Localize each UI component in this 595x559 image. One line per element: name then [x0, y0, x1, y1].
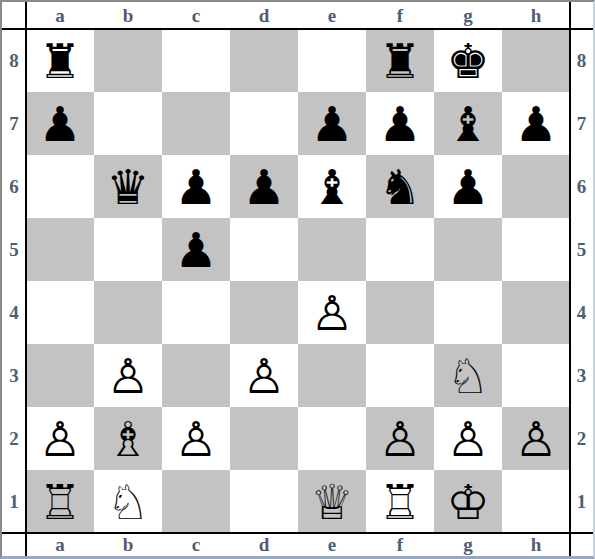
piece-black-pawn[interactable]: ♟ [242, 163, 285, 211]
rank-label-right-1: 1 [570, 470, 593, 533]
piece-black-king[interactable]: ♚ [446, 37, 489, 85]
board-border-line-right [569, 2, 571, 556]
square-d6[interactable]: ♟ [230, 155, 298, 218]
square-e2[interactable] [298, 407, 366, 470]
chessboard: abcdefgh8♜♜♚87♟♟♟♝♟76♛♟♟♝♞♟65♟54♙43♙♙♘32… [2, 2, 593, 556]
square-g7[interactable]: ♝ [434, 92, 502, 155]
square-c5[interactable]: ♟ [162, 218, 230, 281]
piece-black-pawn[interactable]: ♟ [174, 163, 217, 211]
square-b3[interactable]: ♙ [94, 344, 162, 407]
square-e6[interactable]: ♝ [298, 155, 366, 218]
file-label-bottom-e: e [298, 533, 366, 556]
square-f7[interactable]: ♟ [366, 92, 434, 155]
piece-black-bishop[interactable]: ♝ [446, 100, 489, 148]
piece-white-rook[interactable]: ♖ [378, 478, 421, 526]
corner-cell [570, 2, 593, 29]
square-a6[interactable] [26, 155, 94, 218]
piece-black-knight[interactable]: ♞ [378, 163, 421, 211]
square-d7[interactable] [230, 92, 298, 155]
square-e3[interactable] [298, 344, 366, 407]
square-d5[interactable] [230, 218, 298, 281]
corner-cell [570, 533, 593, 556]
piece-white-pawn[interactable]: ♙ [514, 415, 557, 463]
square-c3[interactable] [162, 344, 230, 407]
file-label-top-f: f [366, 2, 434, 29]
piece-white-rook[interactable]: ♖ [38, 478, 81, 526]
square-g4[interactable] [434, 281, 502, 344]
rank-label-left-1: 1 [2, 470, 26, 533]
square-a2[interactable]: ♙ [26, 407, 94, 470]
square-a1[interactable]: ♖ [26, 470, 94, 533]
square-e7[interactable]: ♟ [298, 92, 366, 155]
square-f2[interactable]: ♙ [366, 407, 434, 470]
square-e4[interactable]: ♙ [298, 281, 366, 344]
piece-black-pawn[interactable]: ♟ [378, 100, 421, 148]
square-a7[interactable]: ♟ [26, 92, 94, 155]
square-f1[interactable]: ♖ [366, 470, 434, 533]
square-c6[interactable]: ♟ [162, 155, 230, 218]
file-label-top-h: h [502, 2, 570, 29]
square-b7[interactable] [94, 92, 162, 155]
rank-label-right-5: 5 [570, 218, 593, 281]
square-e8[interactable] [298, 29, 366, 92]
piece-black-rook[interactable]: ♜ [378, 37, 421, 85]
file-label-top-a: a [26, 2, 94, 29]
rank-label-right-2: 2 [570, 407, 593, 470]
file-label-bottom-g: g [434, 533, 502, 556]
file-label-top-d: d [230, 2, 298, 29]
square-c7[interactable] [162, 92, 230, 155]
square-g8[interactable]: ♚ [434, 29, 502, 92]
rank-label-right-7: 7 [570, 92, 593, 155]
square-f3[interactable] [366, 344, 434, 407]
square-c1[interactable] [162, 470, 230, 533]
square-a3[interactable] [26, 344, 94, 407]
square-h8[interactable] [502, 29, 570, 92]
piece-white-knight[interactable]: ♘ [446, 352, 489, 400]
rank-label-left-4: 4 [2, 281, 26, 344]
rank-label-right-4: 4 [570, 281, 593, 344]
board-border-line-left [25, 2, 27, 556]
rank-label-left-6: 6 [2, 155, 26, 218]
rank-label-left-7: 7 [2, 92, 26, 155]
square-e1[interactable]: ♕ [298, 470, 366, 533]
square-g5[interactable] [434, 218, 502, 281]
square-d4[interactable] [230, 281, 298, 344]
file-label-top-b: b [94, 2, 162, 29]
square-c4[interactable] [162, 281, 230, 344]
square-h7[interactable]: ♟ [502, 92, 570, 155]
square-f4[interactable] [366, 281, 434, 344]
square-e5[interactable] [298, 218, 366, 281]
corner-cell [2, 533, 26, 556]
piece-black-bishop[interactable]: ♝ [310, 163, 353, 211]
file-label-top-g: g [434, 2, 502, 29]
square-g2[interactable]: ♙ [434, 407, 502, 470]
rank-label-right-3: 3 [570, 344, 593, 407]
square-b2[interactable]: ♗ [94, 407, 162, 470]
square-b6[interactable]: ♛ [94, 155, 162, 218]
piece-black-pawn[interactable]: ♟ [38, 100, 81, 148]
square-d3[interactable]: ♙ [230, 344, 298, 407]
rank-label-left-5: 5 [2, 218, 26, 281]
file-label-top-c: c [162, 2, 230, 29]
piece-white-pawn[interactable]: ♙ [38, 415, 81, 463]
piece-white-pawn[interactable]: ♙ [446, 415, 489, 463]
piece-white-pawn[interactable]: ♙ [242, 352, 285, 400]
square-c2[interactable]: ♙ [162, 407, 230, 470]
file-label-top-e: e [298, 2, 366, 29]
piece-black-rook[interactable]: ♜ [38, 37, 81, 85]
square-h1[interactable] [502, 470, 570, 533]
piece-white-bishop[interactable]: ♗ [106, 415, 149, 463]
board-border-line-bottom [2, 532, 593, 534]
piece-white-pawn[interactable]: ♙ [106, 352, 149, 400]
corner-cell [2, 2, 26, 29]
square-h2[interactable]: ♙ [502, 407, 570, 470]
square-h3[interactable] [502, 344, 570, 407]
file-label-bottom-h: h [502, 533, 570, 556]
square-g1[interactable]: ♔ [434, 470, 502, 533]
square-f8[interactable]: ♜ [366, 29, 434, 92]
square-c8[interactable] [162, 29, 230, 92]
piece-white-pawn[interactable]: ♙ [174, 415, 217, 463]
square-h5[interactable] [502, 218, 570, 281]
file-label-bottom-b: b [94, 533, 162, 556]
square-a8[interactable]: ♜ [26, 29, 94, 92]
piece-white-queen[interactable]: ♕ [310, 478, 353, 526]
piece-black-pawn[interactable]: ♟ [310, 100, 353, 148]
square-b1[interactable]: ♘ [94, 470, 162, 533]
square-h6[interactable] [502, 155, 570, 218]
square-b4[interactable] [94, 281, 162, 344]
file-label-bottom-d: d [230, 533, 298, 556]
rank-label-right-6: 6 [570, 155, 593, 218]
board-frame: abcdefgh8♜♜♚87♟♟♟♝♟76♛♟♟♝♞♟65♟54♙43♙♙♘32… [0, 0, 595, 559]
board-border-line-top [2, 28, 593, 30]
piece-black-queen[interactable]: ♛ [106, 163, 149, 211]
rank-label-left-3: 3 [2, 344, 26, 407]
square-d2[interactable] [230, 407, 298, 470]
file-label-bottom-c: c [162, 533, 230, 556]
square-f5[interactable] [366, 218, 434, 281]
piece-white-pawn[interactable]: ♙ [378, 415, 421, 463]
rank-label-right-8: 8 [570, 29, 593, 92]
square-a5[interactable] [26, 218, 94, 281]
square-d1[interactable] [230, 470, 298, 533]
square-a4[interactable] [26, 281, 94, 344]
rank-label-left-2: 2 [2, 407, 26, 470]
square-b8[interactable] [94, 29, 162, 92]
piece-white-king[interactable]: ♔ [446, 478, 489, 526]
file-label-bottom-a: a [26, 533, 94, 556]
piece-white-pawn[interactable]: ♙ [310, 289, 353, 337]
piece-black-pawn[interactable]: ♟ [514, 100, 557, 148]
rank-label-left-8: 8 [2, 29, 26, 92]
piece-black-pawn[interactable]: ♟ [446, 163, 489, 211]
piece-white-knight[interactable]: ♘ [106, 478, 149, 526]
file-label-bottom-f: f [366, 533, 434, 556]
piece-black-pawn[interactable]: ♟ [174, 226, 217, 274]
square-b5[interactable] [94, 218, 162, 281]
square-h4[interactable] [502, 281, 570, 344]
square-f6[interactable]: ♞ [366, 155, 434, 218]
square-g6[interactable]: ♟ [434, 155, 502, 218]
square-g3[interactable]: ♘ [434, 344, 502, 407]
square-d8[interactable] [230, 29, 298, 92]
